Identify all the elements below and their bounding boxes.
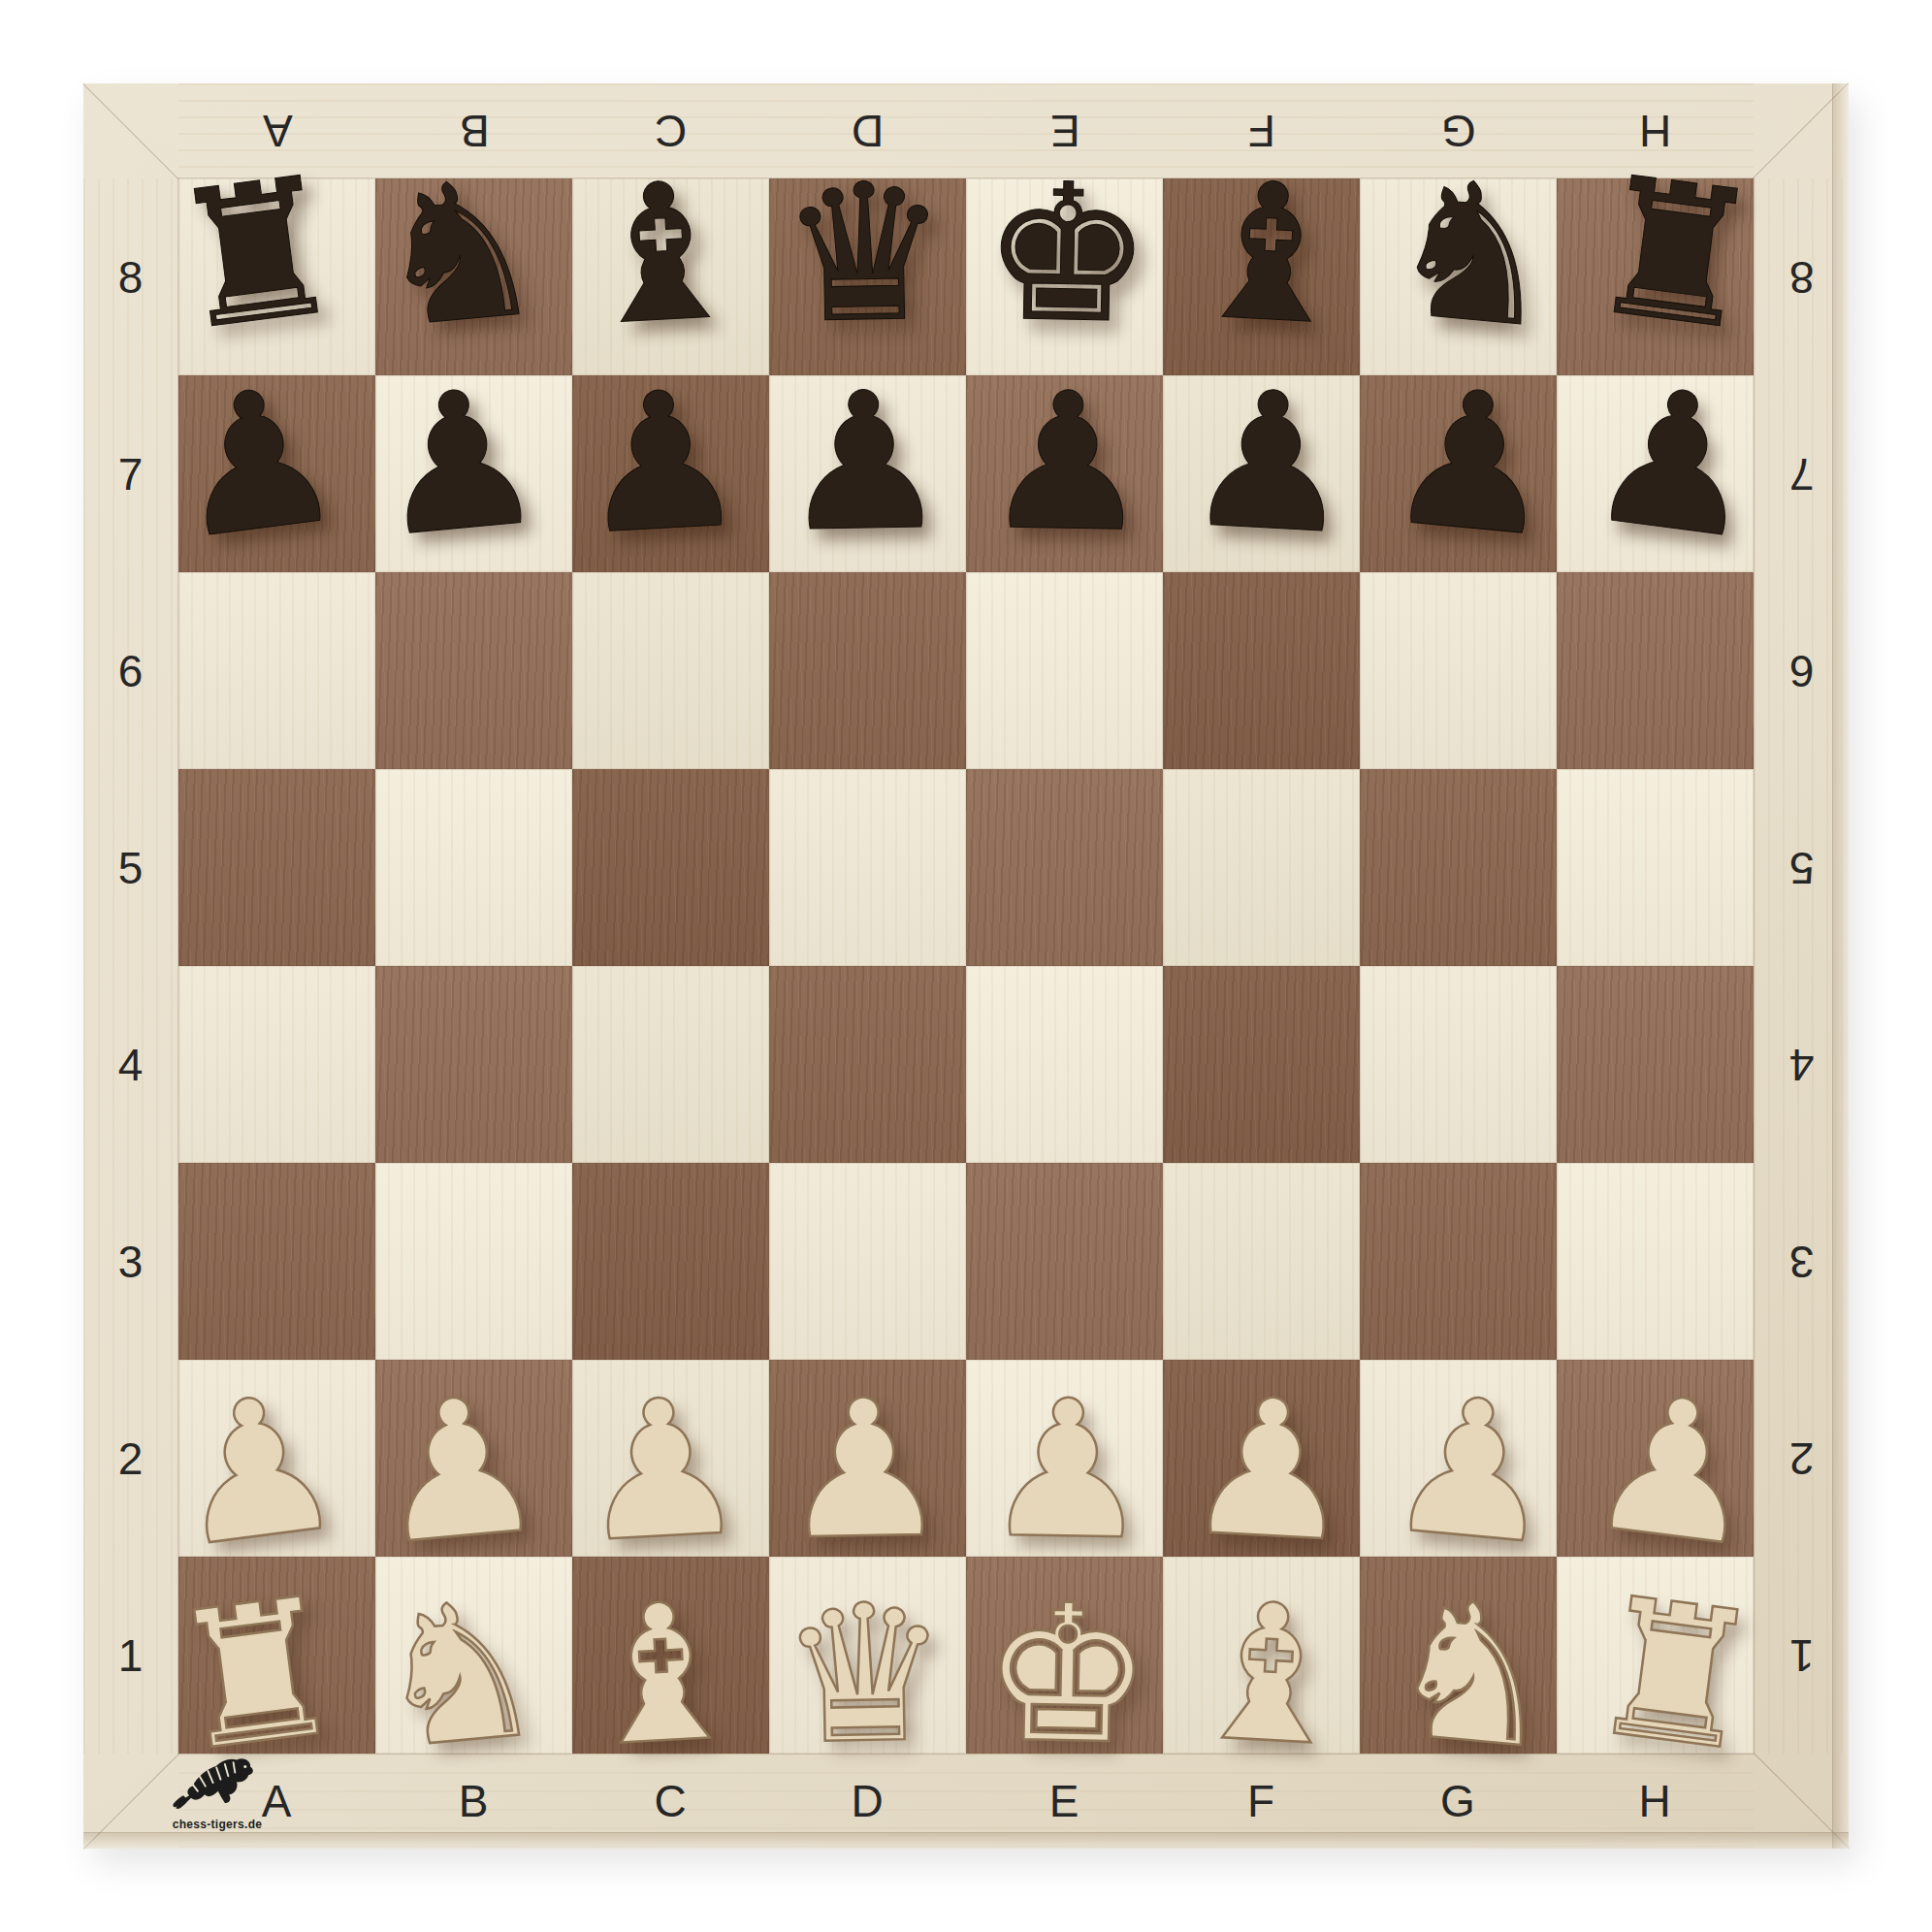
square-b6[interactable] bbox=[375, 572, 572, 769]
piece-white-bishop[interactable]: ♝ bbox=[572, 1575, 752, 1773]
label-cell: 3 bbox=[83, 1163, 178, 1360]
piece-black-knight[interactable]: ♞ bbox=[1380, 151, 1566, 355]
square-e2[interactable]: ♟ bbox=[966, 1360, 1163, 1557]
square-h7[interactable]: ♟ bbox=[1557, 375, 1754, 572]
square-b1[interactable]: ♞ bbox=[375, 1557, 572, 1754]
square-h4[interactable] bbox=[1557, 966, 1754, 1163]
square-h2[interactable]: ♟ bbox=[1557, 1360, 1754, 1557]
square-g7[interactable]: ♟ bbox=[1360, 375, 1557, 572]
label-cell: 5 bbox=[83, 769, 178, 966]
rank-right-label-4: 4 bbox=[1788, 1043, 1815, 1087]
square-a1[interactable]: ♜ bbox=[178, 1557, 375, 1754]
square-b4[interactable] bbox=[375, 966, 572, 1163]
piece-black-pawn[interactable]: ♟ bbox=[367, 360, 553, 563]
file-bottom-label-d: D bbox=[851, 1779, 884, 1823]
square-a4[interactable] bbox=[178, 966, 375, 1163]
square-f6[interactable] bbox=[1163, 572, 1360, 769]
piece-white-pawn[interactable]: ♟ bbox=[778, 1373, 950, 1565]
square-g3[interactable] bbox=[1360, 1163, 1557, 1360]
piece-white-queen[interactable]: ♛ bbox=[778, 1578, 950, 1770]
file-bottom-label-h: H bbox=[1638, 1779, 1671, 1823]
rank-right-label-3: 3 bbox=[1788, 1240, 1815, 1284]
file-bottom-label-b: B bbox=[459, 1779, 490, 1823]
square-e3[interactable] bbox=[966, 1163, 1163, 1360]
square-b3[interactable] bbox=[375, 1163, 572, 1360]
piece-white-pawn[interactable]: ♟ bbox=[1180, 1370, 1360, 1568]
board-edge-right bbox=[1832, 83, 1849, 1849]
square-a3[interactable] bbox=[178, 1163, 375, 1360]
piece-black-pawn[interactable]: ♟ bbox=[160, 358, 352, 567]
square-h1[interactable]: ♜ bbox=[1557, 1557, 1754, 1754]
label-cell: 4 bbox=[83, 966, 178, 1163]
square-f3[interactable] bbox=[1163, 1163, 1360, 1360]
square-h8[interactable]: ♜ bbox=[1557, 178, 1754, 375]
square-f2[interactable]: ♟ bbox=[1163, 1360, 1360, 1557]
square-c7[interactable]: ♟ bbox=[572, 375, 769, 572]
square-c5[interactable] bbox=[572, 769, 769, 966]
square-d6[interactable] bbox=[769, 572, 966, 769]
square-g8[interactable]: ♞ bbox=[1360, 178, 1557, 375]
rank-left-label-7: 7 bbox=[118, 452, 145, 497]
square-a2[interactable]: ♟ bbox=[178, 1360, 375, 1557]
square-a6[interactable] bbox=[178, 572, 375, 769]
square-b8[interactable]: ♞ bbox=[375, 178, 572, 375]
label-cell: 6 bbox=[83, 572, 178, 769]
piece-white-pawn[interactable]: ♟ bbox=[572, 1370, 752, 1568]
piece-white-bishop[interactable]: ♝ bbox=[1180, 1575, 1360, 1773]
square-d5[interactable] bbox=[769, 769, 966, 966]
piece-black-knight[interactable]: ♞ bbox=[367, 151, 553, 355]
square-d2[interactable]: ♟ bbox=[769, 1360, 966, 1557]
logo-text: chess-tigers.de bbox=[142, 1818, 293, 1831]
square-a5[interactable] bbox=[178, 769, 375, 966]
square-g6[interactable] bbox=[1360, 572, 1557, 769]
square-e5[interactable] bbox=[966, 769, 1163, 966]
square-e1[interactable]: ♚ bbox=[966, 1557, 1163, 1754]
square-d7[interactable]: ♟ bbox=[769, 375, 966, 572]
square-d4[interactable] bbox=[769, 966, 966, 1163]
piece-black-king[interactable]: ♚ bbox=[981, 157, 1153, 349]
piece-white-pawn[interactable]: ♟ bbox=[367, 1368, 553, 1571]
rank-left-label-6: 6 bbox=[118, 649, 145, 693]
piece-white-rook[interactable]: ♜ bbox=[1579, 1570, 1771, 1780]
square-g4[interactable] bbox=[1360, 966, 1557, 1163]
square-g5[interactable] bbox=[1360, 769, 1557, 966]
square-c3[interactable] bbox=[572, 1163, 769, 1360]
piece-black-pawn[interactable]: ♟ bbox=[572, 363, 752, 561]
square-f5[interactable] bbox=[1163, 769, 1360, 966]
rank-left-label-1: 1 bbox=[118, 1633, 145, 1678]
piece-white-pawn[interactable]: ♟ bbox=[160, 1366, 352, 1575]
rank-left-label-3: 3 bbox=[118, 1240, 145, 1284]
piece-white-king[interactable]: ♚ bbox=[981, 1578, 1153, 1770]
square-d1[interactable]: ♛ bbox=[769, 1557, 966, 1754]
square-f8[interactable]: ♝ bbox=[1163, 178, 1360, 375]
rank-right-label-6: 6 bbox=[1788, 649, 1815, 693]
rank-left-label-4: 4 bbox=[118, 1043, 145, 1087]
square-g1[interactable]: ♞ bbox=[1360, 1557, 1557, 1754]
square-c8[interactable]: ♝ bbox=[572, 178, 769, 375]
square-b7[interactable]: ♟ bbox=[375, 375, 572, 572]
square-c6[interactable] bbox=[572, 572, 769, 769]
rank-right-label-1: 1 bbox=[1788, 1633, 1815, 1678]
file-bottom-label-g: G bbox=[1440, 1779, 1476, 1823]
board-grid: ♜♞♝♛♚♝♞♜♟♟♟♟♟♟♟♟♟♟♟♟♟♟♟♟♜♞♝♛♚♝♞♜ bbox=[178, 178, 1754, 1754]
square-d8[interactable]: ♛ bbox=[769, 178, 966, 375]
chess-board: ABCDEFGH ABCDEFGH 87654321 87654321 ♜♞♝♛… bbox=[83, 83, 1849, 1849]
piece-white-pawn[interactable]: ♟ bbox=[981, 1373, 1153, 1565]
file-bottom-label-f: F bbox=[1247, 1779, 1275, 1823]
square-f7[interactable]: ♟ bbox=[1163, 375, 1360, 572]
rank-right-label-2: 2 bbox=[1788, 1436, 1815, 1481]
square-a8[interactable]: ♜ bbox=[178, 178, 375, 375]
rank-right-label-8: 8 bbox=[1788, 255, 1815, 300]
square-c4[interactable] bbox=[572, 966, 769, 1163]
piece-black-pawn[interactable]: ♟ bbox=[981, 366, 1153, 558]
piece-black-pawn[interactable]: ♟ bbox=[1380, 360, 1566, 563]
square-d3[interactable] bbox=[769, 1163, 966, 1360]
piece-black-pawn[interactable]: ♟ bbox=[1180, 363, 1360, 561]
square-c2[interactable]: ♟ bbox=[572, 1360, 769, 1557]
square-e8[interactable]: ♚ bbox=[966, 178, 1163, 375]
square-f4[interactable] bbox=[1163, 966, 1360, 1163]
square-h6[interactable] bbox=[1557, 572, 1754, 769]
square-g2[interactable]: ♟ bbox=[1360, 1360, 1557, 1557]
square-b5[interactable] bbox=[375, 769, 572, 966]
rank-left-label-5: 5 bbox=[118, 846, 145, 890]
piece-white-knight[interactable]: ♞ bbox=[1380, 1572, 1566, 1776]
square-c1[interactable]: ♝ bbox=[572, 1557, 769, 1754]
rank-right-label-7: 7 bbox=[1788, 452, 1815, 497]
square-e6[interactable] bbox=[966, 572, 1163, 769]
square-e4[interactable] bbox=[966, 966, 1163, 1163]
board-edge-bottom bbox=[83, 1832, 1849, 1849]
square-a7[interactable]: ♟ bbox=[178, 375, 375, 572]
piece-black-rook[interactable]: ♜ bbox=[160, 149, 352, 359]
tiger-logo bbox=[171, 1755, 264, 1812]
rank-right-label-5: 5 bbox=[1788, 846, 1815, 890]
piece-white-pawn[interactable]: ♟ bbox=[1380, 1368, 1566, 1571]
piece-white-knight[interactable]: ♞ bbox=[367, 1572, 553, 1776]
square-f1[interactable]: ♝ bbox=[1163, 1557, 1360, 1754]
piece-white-pawn[interactable]: ♟ bbox=[1579, 1366, 1771, 1575]
piece-black-pawn[interactable]: ♟ bbox=[1579, 358, 1771, 567]
square-h5[interactable] bbox=[1557, 769, 1754, 966]
rank-left-label-8: 8 bbox=[118, 255, 145, 300]
square-h3[interactable] bbox=[1557, 1163, 1754, 1360]
file-bottom-label-c: C bbox=[654, 1779, 687, 1823]
piece-black-rook[interactable]: ♜ bbox=[1579, 149, 1771, 359]
piece-black-bishop[interactable]: ♝ bbox=[1180, 154, 1360, 352]
piece-black-queen[interactable]: ♛ bbox=[778, 157, 950, 349]
manufacturer-logo: chess-tigers.de bbox=[142, 1755, 293, 1831]
square-b2[interactable]: ♟ bbox=[375, 1360, 572, 1557]
piece-black-bishop[interactable]: ♝ bbox=[572, 154, 752, 352]
square-e7[interactable]: ♟ bbox=[966, 375, 1163, 572]
piece-white-rook[interactable]: ♜ bbox=[160, 1570, 352, 1780]
piece-black-pawn[interactable]: ♟ bbox=[778, 366, 950, 558]
rank-left-label-2: 2 bbox=[118, 1436, 145, 1481]
file-bottom-label-e: E bbox=[1049, 1779, 1080, 1823]
